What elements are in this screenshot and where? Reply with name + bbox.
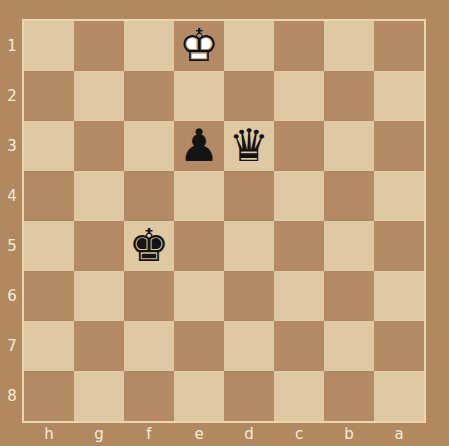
rank-label-2: 2 bbox=[0, 71, 24, 121]
square-h2[interactable] bbox=[24, 71, 74, 121]
file-label-d: d bbox=[224, 421, 274, 446]
rank-label-7: 7 bbox=[0, 321, 24, 371]
black-queen[interactable]: ♛ bbox=[224, 121, 274, 171]
square-h7[interactable] bbox=[24, 321, 74, 371]
square-c7[interactable] bbox=[274, 321, 324, 371]
square-f2[interactable] bbox=[124, 71, 174, 121]
square-h5[interactable] bbox=[24, 221, 74, 271]
rank-label-5: 5 bbox=[0, 221, 24, 271]
square-f8[interactable] bbox=[124, 371, 174, 421]
square-f4[interactable] bbox=[124, 171, 174, 221]
square-b5[interactable] bbox=[324, 221, 374, 271]
square-e2[interactable] bbox=[174, 71, 224, 121]
square-e4[interactable] bbox=[174, 171, 224, 221]
square-g5[interactable] bbox=[74, 221, 124, 271]
square-c2[interactable] bbox=[274, 71, 324, 121]
square-c3[interactable] bbox=[274, 121, 324, 171]
file-label-f: f bbox=[124, 421, 174, 446]
square-d8[interactable] bbox=[224, 371, 274, 421]
square-h4[interactable] bbox=[24, 171, 74, 221]
file-label-h: h bbox=[24, 421, 74, 446]
square-h1[interactable] bbox=[24, 21, 74, 71]
file-labels: hgfedcba bbox=[24, 421, 424, 446]
square-a2[interactable] bbox=[374, 71, 424, 121]
file-label-g: g bbox=[74, 421, 124, 446]
square-g3[interactable] bbox=[74, 121, 124, 171]
square-f7[interactable] bbox=[124, 321, 174, 371]
board: ♚♔♟♛♚ bbox=[24, 21, 424, 421]
file-label-e: e bbox=[174, 421, 224, 446]
square-a6[interactable] bbox=[374, 271, 424, 321]
square-b2[interactable] bbox=[324, 71, 374, 121]
black-pawn[interactable]: ♟ bbox=[174, 121, 224, 171]
square-a4[interactable] bbox=[374, 171, 424, 221]
square-e3[interactable]: ♟ bbox=[174, 121, 224, 171]
file-label-c: c bbox=[274, 421, 324, 446]
file-label-b: b bbox=[324, 421, 374, 446]
black-king[interactable]: ♚ bbox=[124, 221, 174, 271]
square-e6[interactable] bbox=[174, 271, 224, 321]
square-a1[interactable] bbox=[374, 21, 424, 71]
square-a8[interactable] bbox=[374, 371, 424, 421]
square-d3[interactable]: ♛ bbox=[224, 121, 274, 171]
square-c6[interactable] bbox=[274, 271, 324, 321]
square-d6[interactable] bbox=[224, 271, 274, 321]
rank-label-1: 1 bbox=[0, 21, 24, 71]
square-e1[interactable]: ♚♔ bbox=[174, 21, 224, 71]
square-g2[interactable] bbox=[74, 71, 124, 121]
square-c4[interactable] bbox=[274, 171, 324, 221]
square-h3[interactable] bbox=[24, 121, 74, 171]
rank-label-8: 8 bbox=[0, 371, 24, 421]
square-e5[interactable] bbox=[174, 221, 224, 271]
square-a3[interactable] bbox=[374, 121, 424, 171]
square-c1[interactable] bbox=[274, 21, 324, 71]
square-b1[interactable] bbox=[324, 21, 374, 71]
square-b7[interactable] bbox=[324, 321, 374, 371]
square-c8[interactable] bbox=[274, 371, 324, 421]
square-b3[interactable] bbox=[324, 121, 374, 171]
white-king[interactable]: ♚♔ bbox=[174, 21, 224, 71]
rank-labels: 12345678 bbox=[0, 21, 24, 421]
square-a7[interactable] bbox=[374, 321, 424, 371]
square-f3[interactable] bbox=[124, 121, 174, 171]
square-b6[interactable] bbox=[324, 271, 374, 321]
square-g1[interactable] bbox=[74, 21, 124, 71]
rank-label-3: 3 bbox=[0, 121, 24, 171]
square-d2[interactable] bbox=[224, 71, 274, 121]
square-h6[interactable] bbox=[24, 271, 74, 321]
square-e7[interactable] bbox=[174, 321, 224, 371]
square-c5[interactable] bbox=[274, 221, 324, 271]
square-a5[interactable] bbox=[374, 221, 424, 271]
square-b4[interactable] bbox=[324, 171, 374, 221]
square-g7[interactable] bbox=[74, 321, 124, 371]
square-d4[interactable] bbox=[224, 171, 274, 221]
chess-diagram: ♚♔♟♛♚ 12345678 hgfedcba bbox=[0, 0, 449, 446]
square-f6[interactable] bbox=[124, 271, 174, 321]
square-f1[interactable] bbox=[124, 21, 174, 71]
square-g4[interactable] bbox=[74, 171, 124, 221]
square-b8[interactable] bbox=[324, 371, 374, 421]
square-d5[interactable] bbox=[224, 221, 274, 271]
square-f5[interactable]: ♚ bbox=[124, 221, 174, 271]
square-d7[interactable] bbox=[224, 321, 274, 371]
square-h8[interactable] bbox=[24, 371, 74, 421]
square-g6[interactable] bbox=[74, 271, 124, 321]
square-g8[interactable] bbox=[74, 371, 124, 421]
rank-label-6: 6 bbox=[0, 271, 24, 321]
square-e8[interactable] bbox=[174, 371, 224, 421]
square-d1[interactable] bbox=[224, 21, 274, 71]
file-label-a: a bbox=[374, 421, 424, 446]
rank-label-4: 4 bbox=[0, 171, 24, 221]
